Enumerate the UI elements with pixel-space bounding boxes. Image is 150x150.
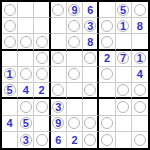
given-digit: 5 bbox=[18, 116, 33, 131]
cell-r7c2[interactable] bbox=[18, 99, 34, 115]
cell-r8c3[interactable] bbox=[34, 116, 50, 132]
odd-circle-marker bbox=[52, 52, 64, 64]
odd-circle-marker bbox=[52, 4, 64, 16]
cell-r2c3[interactable] bbox=[34, 18, 50, 34]
odd-circle-marker bbox=[134, 84, 146, 96]
odd-circle-marker bbox=[36, 101, 48, 113]
odd-circle-marker bbox=[68, 68, 80, 80]
odd-circle-marker bbox=[36, 36, 48, 48]
cell-r9c4[interactable]: 6 bbox=[51, 132, 67, 148]
odd-circle-marker bbox=[84, 52, 96, 64]
odd-circle-marker bbox=[101, 36, 113, 48]
cell-r5c1[interactable]: 1 bbox=[2, 67, 18, 83]
given-digit: 3 bbox=[18, 132, 33, 148]
cell-r9c2[interactable]: 3 bbox=[18, 132, 34, 148]
cell-r3c1[interactable] bbox=[2, 34, 18, 50]
cell-r1c4[interactable] bbox=[51, 2, 67, 18]
cell-r4c2[interactable] bbox=[18, 51, 34, 67]
cell-r7c6[interactable] bbox=[83, 99, 99, 115]
cell-r2c8[interactable]: 1 bbox=[116, 18, 132, 34]
odd-circle-marker bbox=[117, 84, 129, 96]
cell-r6c5[interactable] bbox=[67, 83, 83, 99]
cell-r4c3[interactable] bbox=[34, 51, 50, 67]
cell-r8c6[interactable] bbox=[83, 116, 99, 132]
odd-circle-marker bbox=[36, 68, 48, 80]
given-digit: 7 bbox=[116, 51, 131, 66]
given-digit: 3 bbox=[51, 99, 66, 114]
odd-circle-marker bbox=[4, 4, 16, 16]
cell-r5c3[interactable] bbox=[34, 67, 50, 83]
cell-r6c6[interactable] bbox=[83, 83, 99, 99]
given-digit: 8 bbox=[83, 34, 97, 48]
odd-circle-marker bbox=[134, 134, 146, 146]
cell-r5c8[interactable] bbox=[116, 67, 132, 83]
cell-r1c3[interactable] bbox=[34, 2, 50, 18]
cell-r6c1[interactable]: 5 bbox=[2, 83, 18, 99]
cell-r2c5[interactable] bbox=[67, 18, 83, 34]
cell-r8c2[interactable]: 5 bbox=[18, 116, 34, 132]
odd-circle-marker bbox=[36, 52, 48, 64]
cell-r3c2[interactable] bbox=[18, 34, 34, 50]
odd-circle-marker bbox=[101, 20, 113, 32]
cell-r5c2[interactable] bbox=[18, 67, 34, 83]
odd-circle-marker bbox=[4, 20, 16, 32]
cell-r4c8[interactable]: 7 bbox=[116, 51, 132, 67]
cell-r2c9[interactable]: 8 bbox=[132, 18, 148, 34]
cell-r8c4[interactable]: 9 bbox=[51, 116, 67, 132]
given-digit: 1 bbox=[2, 67, 17, 82]
odd-circle-marker bbox=[134, 101, 146, 113]
cell-r1c1[interactable] bbox=[2, 2, 18, 18]
cell-r6c9[interactable] bbox=[132, 83, 148, 99]
given-digit: 2 bbox=[34, 83, 48, 97]
cell-r2c2[interactable] bbox=[18, 18, 34, 34]
odd-circle-marker bbox=[68, 117, 80, 129]
odd-circle-marker bbox=[4, 36, 16, 48]
given-digit: 4 bbox=[132, 67, 148, 82]
odd-circle-marker bbox=[84, 84, 96, 96]
odd-circle-marker bbox=[117, 101, 129, 113]
odd-circle-marker bbox=[84, 134, 96, 146]
given-digit: 4 bbox=[18, 83, 33, 97]
odd-circle-marker bbox=[68, 36, 80, 48]
cell-r9c7[interactable] bbox=[99, 132, 115, 148]
cell-r8c8[interactable] bbox=[116, 116, 132, 132]
cell-r9c6[interactable] bbox=[83, 132, 99, 148]
cell-r3c4[interactable] bbox=[51, 34, 67, 50]
cell-r1c6[interactable]: 6 bbox=[83, 2, 99, 18]
cell-r9c8[interactable] bbox=[116, 132, 132, 148]
odd-circle-marker bbox=[101, 117, 113, 129]
cell-r1c5[interactable]: 9 bbox=[67, 2, 83, 18]
cell-r8c1[interactable]: 4 bbox=[2, 116, 18, 132]
cell-r8c9[interactable] bbox=[132, 116, 148, 132]
cell-r2c7[interactable] bbox=[99, 18, 115, 34]
cell-r1c8[interactable]: 5 bbox=[116, 2, 132, 18]
cell-r5c6[interactable] bbox=[83, 67, 99, 83]
cell-r5c7[interactable] bbox=[99, 67, 115, 83]
given-digit: 9 bbox=[51, 116, 66, 131]
cell-r4c9[interactable]: 1 bbox=[132, 51, 148, 67]
cell-r2c4[interactable] bbox=[51, 18, 67, 34]
cell-r3c7[interactable] bbox=[99, 34, 115, 50]
given-digit: 6 bbox=[83, 2, 97, 17]
cell-r1c2[interactable] bbox=[18, 2, 34, 18]
cell-r1c7[interactable] bbox=[99, 2, 115, 18]
cell-r6c4[interactable] bbox=[51, 83, 67, 99]
cell-r5c4[interactable] bbox=[51, 67, 67, 83]
cell-r6c2[interactable]: 4 bbox=[18, 83, 34, 99]
cell-r7c9[interactable] bbox=[132, 99, 148, 115]
odd-circle-marker bbox=[20, 36, 32, 48]
odd-circle-marker bbox=[52, 84, 64, 96]
cell-r4c7[interactable]: 2 bbox=[99, 51, 115, 67]
odd-circle-marker bbox=[134, 4, 146, 16]
odd-circle-marker bbox=[20, 101, 32, 113]
cell-r5c5[interactable] bbox=[67, 67, 83, 83]
cell-r3c6[interactable]: 8 bbox=[83, 34, 99, 50]
odd-circle-marker bbox=[36, 134, 48, 146]
cell-r3c8[interactable] bbox=[116, 34, 132, 50]
given-digit: 8 bbox=[132, 18, 148, 33]
cell-r3c5[interactable] bbox=[67, 34, 83, 50]
given-digit: 9 bbox=[67, 2, 82, 17]
cell-r4c5[interactable] bbox=[67, 51, 83, 67]
odd-circle-marker bbox=[84, 117, 96, 129]
sudoku-board: 9653188271145423459362 bbox=[0, 0, 150, 150]
cell-r7c3[interactable] bbox=[34, 99, 50, 115]
cell-r8c5[interactable] bbox=[67, 116, 83, 132]
cell-r6c3[interactable]: 2 bbox=[34, 83, 50, 99]
given-digit: 6 bbox=[51, 132, 66, 148]
cell-r5c9[interactable]: 4 bbox=[132, 67, 148, 83]
cell-r9c5[interactable]: 2 bbox=[67, 132, 83, 148]
cell-r7c4[interactable]: 3 bbox=[51, 99, 67, 115]
cell-r2c6[interactable]: 3 bbox=[83, 18, 99, 34]
cell-r9c1[interactable] bbox=[2, 132, 18, 148]
given-digit: 5 bbox=[2, 83, 17, 97]
cell-r7c1[interactable] bbox=[2, 99, 18, 115]
cell-r9c9[interactable] bbox=[132, 132, 148, 148]
odd-circle-marker bbox=[101, 68, 113, 80]
odd-circle-marker bbox=[101, 134, 113, 146]
cell-r2c1[interactable] bbox=[2, 18, 18, 34]
odd-circle-marker bbox=[68, 20, 80, 32]
cell-r1c9[interactable] bbox=[132, 2, 148, 18]
cell-r7c7[interactable] bbox=[99, 99, 115, 115]
cell-r3c9[interactable] bbox=[132, 34, 148, 50]
cell-r9c3[interactable] bbox=[34, 132, 50, 148]
cell-r7c5[interactable] bbox=[67, 99, 83, 115]
odd-circle-marker bbox=[20, 68, 32, 80]
cell-r4c6[interactable] bbox=[83, 51, 99, 67]
given-digit: 2 bbox=[99, 51, 114, 66]
cell-r4c4[interactable] bbox=[51, 51, 67, 67]
given-digit: 2 bbox=[67, 132, 82, 148]
given-digit: 3 bbox=[83, 18, 97, 33]
cell-r3c3[interactable] bbox=[34, 34, 50, 50]
cell-r8c7[interactable] bbox=[99, 116, 115, 132]
given-digit: 1 bbox=[116, 18, 131, 33]
given-digit: 4 bbox=[2, 116, 17, 131]
given-digit: 1 bbox=[132, 51, 148, 66]
given-digit: 5 bbox=[116, 2, 131, 17]
cell-r6c7[interactable] bbox=[99, 83, 115, 99]
cell-r4c1[interactable] bbox=[2, 51, 18, 67]
cell-r6c8[interactable] bbox=[116, 83, 132, 99]
cell-r7c8[interactable] bbox=[116, 99, 132, 115]
